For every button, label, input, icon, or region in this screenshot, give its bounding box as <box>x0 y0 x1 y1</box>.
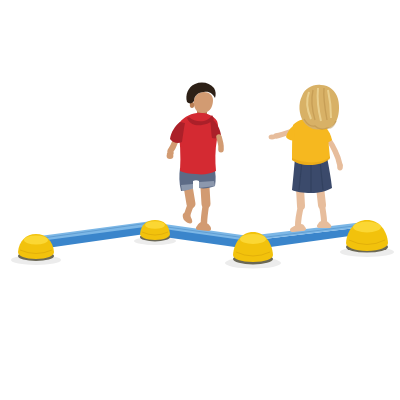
girl-figure <box>0 0 343 232</box>
girl-left-hand <box>269 135 276 140</box>
boy-right-hand <box>218 145 224 152</box>
balance-beam-1 <box>40 221 152 249</box>
girl-right-hand <box>337 164 343 171</box>
girl-shirt-sleeve <box>324 128 332 142</box>
boy-front-calf <box>204 204 206 222</box>
girl-right-calf <box>322 205 324 221</box>
boy-shorts-cuff <box>199 181 215 188</box>
boy-figure <box>167 83 224 231</box>
girl-left-calf <box>298 206 301 226</box>
boy-right-arm <box>219 137 221 146</box>
boy-front-foot <box>196 222 211 231</box>
boy-left-hand <box>167 153 174 159</box>
girl-shirt-sleeve <box>286 126 295 140</box>
girl-left-foot <box>290 224 306 232</box>
boy-face <box>194 92 213 113</box>
scene <box>0 0 400 400</box>
scene-canvas <box>0 0 400 400</box>
girl-right-foot <box>317 221 331 228</box>
